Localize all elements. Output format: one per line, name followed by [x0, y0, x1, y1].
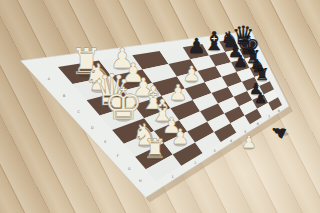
rank-label: 3: [213, 149, 215, 153]
chess-board-photo: ABCDEFGH12345678♛♞♝♟♚♟♜♟♟♞♜♜♟♟♞♟♟♟♟♛♝♚♝♟…: [0, 0, 320, 213]
rank-label: 4: [230, 139, 232, 143]
file-label: G: [128, 167, 131, 171]
rank-label: 6: [257, 122, 259, 126]
piece-black-p-g7: ♟: [254, 90, 267, 106]
piece-black-p-a5: ♟: [187, 34, 205, 58]
rank-label: 2: [194, 161, 196, 165]
file-label: E: [104, 140, 106, 144]
chess-photo-scene: ABCDEFGH12345678♛♞♝♟♚♟♜♟♟♞♜♜♟♟♞♟♟♟♟♛♝♚♝♟…: [0, 0, 320, 213]
rank-label: 7: [268, 115, 270, 119]
file-label: D: [91, 126, 94, 130]
piece-black-p-c7: ♟: [233, 52, 248, 71]
piece-black-b-a6: ♝: [203, 27, 226, 56]
captured-white-pawn: ♟: [241, 132, 257, 152]
file-label: F: [117, 154, 119, 158]
file-label: H: [139, 179, 142, 183]
piece-white-p-g2: ♟: [171, 124, 190, 149]
piece-white-r-g1: ♜: [143, 134, 167, 164]
rank-label: 8: [278, 109, 280, 113]
rank-label: 1: [171, 175, 173, 179]
